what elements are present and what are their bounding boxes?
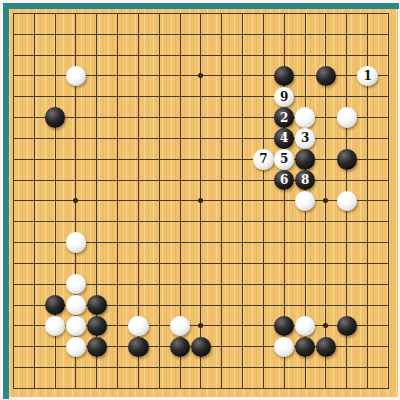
stone-number: 3 <box>301 132 309 144</box>
stone-number: 4 <box>280 132 288 144</box>
stone <box>128 316 148 336</box>
stone-number: 2 <box>280 112 288 124</box>
stone <box>337 107 357 127</box>
stone <box>66 232 86 252</box>
stone <box>128 337 148 357</box>
stone-move-7: 7 <box>253 149 273 169</box>
stone-number: 8 <box>301 174 309 186</box>
stone-move-5: 5 <box>274 149 294 169</box>
go-board[interactable]: 192437568 <box>9 9 398 397</box>
stone-move-3: 3 <box>295 128 315 148</box>
stone <box>295 149 315 169</box>
stone <box>337 316 357 336</box>
stone <box>45 107 65 127</box>
stone-move-1: 1 <box>357 66 377 86</box>
stone <box>295 107 315 127</box>
stone <box>337 149 357 169</box>
stone <box>66 337 86 357</box>
stone-number: 7 <box>259 153 267 165</box>
stone <box>191 337 211 357</box>
stone <box>316 337 336 357</box>
stone-number: 9 <box>280 91 288 103</box>
stone-move-4: 4 <box>274 128 294 148</box>
stone-number: 5 <box>280 153 288 165</box>
stone <box>87 337 107 357</box>
stone <box>337 191 357 211</box>
stone-number: 1 <box>363 70 371 82</box>
stone-number: 6 <box>280 174 288 186</box>
go-diagram-window: 192437568 <box>0 0 400 400</box>
stone <box>87 316 107 336</box>
